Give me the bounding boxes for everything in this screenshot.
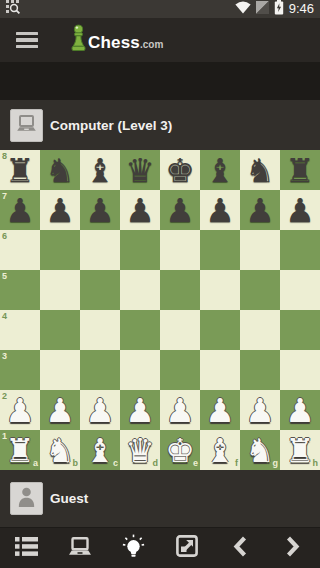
white-queen-d1[interactable]: ♛ [125, 434, 155, 467]
green-pawn-icon [70, 24, 87, 56]
white-knight-g1[interactable]: ♞ [245, 434, 275, 467]
black-king-e8[interactable]: ♚ [165, 154, 195, 187]
move-list-button[interactable] [7, 532, 47, 564]
player-name: Guest [50, 491, 88, 506]
square-c6[interactable] [80, 230, 120, 270]
square-g5[interactable] [240, 270, 280, 310]
black-pawn-b7[interactable]: ♟ [45, 194, 75, 227]
move-list-icon [15, 537, 38, 560]
square-e4[interactable] [160, 310, 200, 350]
square-h8[interactable]: ♜ [280, 150, 320, 190]
player-row[interactable]: Guest [0, 470, 320, 527]
square-a1[interactable]: 1a♜ [0, 430, 40, 470]
square-h5[interactable] [280, 270, 320, 310]
white-pawn-d2[interactable]: ♟ [125, 394, 155, 427]
no-sim-icon [256, 0, 269, 18]
square-d3[interactable] [120, 350, 160, 390]
square-b2[interactable]: ♟ [40, 390, 80, 430]
square-e5[interactable] [160, 270, 200, 310]
square-d4[interactable] [120, 310, 160, 350]
square-e2[interactable]: ♟ [160, 390, 200, 430]
square-a8[interactable]: 8♜ [0, 150, 40, 190]
square-d6[interactable] [120, 230, 160, 270]
file-label-h: h [313, 459, 319, 468]
square-g6[interactable] [240, 230, 280, 270]
forward-button[interactable] [273, 532, 313, 564]
square-f6[interactable] [200, 230, 240, 270]
status-bar: 9:46 [0, 0, 320, 18]
black-knight-g8[interactable]: ♞ [245, 154, 275, 187]
white-pawn-g2[interactable]: ♟ [245, 394, 275, 427]
square-g7[interactable]: ♟ [240, 190, 280, 230]
computer-button[interactable] [60, 532, 100, 564]
square-b5[interactable] [40, 270, 80, 310]
white-pawn-f2[interactable]: ♟ [205, 394, 235, 427]
chevron-right-icon [286, 536, 300, 561]
square-a4[interactable]: 4 [0, 310, 40, 350]
square-d8[interactable]: ♛ [120, 150, 160, 190]
opponent-name: Computer (Level 3) [50, 118, 172, 133]
file-label-g: g [273, 459, 279, 468]
black-pawn-a7[interactable]: ♟ [5, 194, 35, 227]
square-d5[interactable] [120, 270, 160, 310]
white-rook-a1[interactable]: ♜ [5, 434, 35, 467]
black-pawn-h7[interactable]: ♟ [285, 194, 315, 227]
back-button[interactable] [220, 532, 260, 564]
clock-time: 9:46 [289, 0, 314, 18]
square-f4[interactable] [200, 310, 240, 350]
square-d2[interactable]: ♟ [120, 390, 160, 430]
square-a5[interactable]: 5 [0, 270, 40, 310]
black-pawn-c7[interactable]: ♟ [85, 194, 115, 227]
square-b4[interactable] [40, 310, 80, 350]
square-h3[interactable] [280, 350, 320, 390]
black-pawn-d7[interactable]: ♟ [125, 194, 155, 227]
square-e3[interactable] [160, 350, 200, 390]
square-e7[interactable]: ♟ [160, 190, 200, 230]
opponent-row[interactable]: Computer (Level 3) [0, 100, 320, 150]
square-h2[interactable]: ♟ [280, 390, 320, 430]
square-f1[interactable]: f♝ [200, 430, 240, 470]
square-f7[interactable]: ♟ [200, 190, 240, 230]
black-rook-h8[interactable]: ♜ [285, 154, 315, 187]
nav-header: Chess .com [0, 18, 320, 62]
black-knight-b8[interactable]: ♞ [45, 154, 75, 187]
square-g3[interactable] [240, 350, 280, 390]
white-knight-b1[interactable]: ♞ [45, 434, 75, 467]
square-b1[interactable]: b♞ [40, 430, 80, 470]
square-b8[interactable]: ♞ [40, 150, 80, 190]
square-c5[interactable] [80, 270, 120, 310]
opponent-avatar [10, 109, 43, 142]
square-e8[interactable]: ♚ [160, 150, 200, 190]
wifi-icon [235, 0, 251, 18]
white-pawn-e2[interactable]: ♟ [165, 394, 195, 427]
chevron-left-icon [233, 536, 247, 561]
square-b6[interactable] [40, 230, 80, 270]
laptop-icon [68, 537, 92, 560]
logo-tld-text: .com [140, 34, 163, 56]
black-pawn-e7[interactable]: ♟ [165, 194, 195, 227]
bottom-toolbar [0, 527, 320, 568]
white-pawn-b2[interactable]: ♟ [45, 394, 75, 427]
black-pawn-g7[interactable]: ♟ [245, 194, 275, 227]
square-b3[interactable] [40, 350, 80, 390]
file-label-f: f [235, 459, 238, 468]
flip-board-button[interactable] [167, 532, 207, 564]
rank-label-8: 8 [2, 152, 7, 161]
hamburger-menu-icon[interactable] [16, 32, 38, 49]
square-e1[interactable]: e♚ [160, 430, 200, 470]
screen-capture-icon [6, 0, 20, 18]
lightbulb-icon [122, 534, 145, 563]
rank-label-1: 1 [2, 432, 7, 441]
square-c1[interactable]: c♝ [80, 430, 120, 470]
rank-label-6: 6 [2, 232, 7, 241]
square-c4[interactable] [80, 310, 120, 350]
black-rook-a8[interactable]: ♜ [5, 154, 35, 187]
rank-label-3: 3 [2, 352, 7, 361]
square-a2[interactable]: 2♟ [0, 390, 40, 430]
white-bishop-c1[interactable]: ♝ [85, 434, 115, 467]
square-b7[interactable]: ♟ [40, 190, 80, 230]
square-d7[interactable]: ♟ [120, 190, 160, 230]
hint-button[interactable] [113, 532, 153, 564]
square-c7[interactable]: ♟ [80, 190, 120, 230]
square-g4[interactable] [240, 310, 280, 350]
white-pawn-a2[interactable]: ♟ [5, 394, 35, 427]
file-label-c: c [113, 459, 118, 468]
flip-board-icon [176, 535, 198, 561]
battery-charging-icon [274, 0, 284, 19]
square-c3[interactable] [80, 350, 120, 390]
square-e6[interactable] [160, 230, 200, 270]
player-avatar [10, 482, 43, 515]
square-f3[interactable] [200, 350, 240, 390]
white-bishop-f1[interactable]: ♝ [205, 434, 235, 467]
content-gap [0, 62, 320, 100]
square-h7[interactable]: ♟ [280, 190, 320, 230]
square-f8[interactable]: ♝ [200, 150, 240, 190]
file-label-b: b [73, 459, 79, 468]
white-pawn-c2[interactable]: ♟ [85, 394, 115, 427]
chesscom-logo[interactable]: Chess .com [70, 24, 163, 56]
black-pawn-f7[interactable]: ♟ [205, 194, 235, 227]
person-icon [17, 486, 36, 511]
square-h6[interactable] [280, 230, 320, 270]
square-c8[interactable]: ♝ [80, 150, 120, 190]
rank-label-2: 2 [2, 392, 7, 401]
logo-brand-text: Chess [88, 30, 140, 56]
rank-label-7: 7 [2, 192, 7, 201]
white-king-e1[interactable]: ♚ [165, 434, 195, 467]
square-a6[interactable]: 6 [0, 230, 40, 270]
file-label-e: e [193, 459, 198, 468]
black-queen-d8[interactable]: ♛ [125, 154, 155, 187]
white-pawn-h2[interactable]: ♟ [285, 394, 315, 427]
square-a3[interactable]: 3 [0, 350, 40, 390]
square-c2[interactable]: ♟ [80, 390, 120, 430]
square-g1[interactable]: g♞ [240, 430, 280, 470]
rank-label-4: 4 [2, 312, 7, 321]
file-label-a: a [33, 459, 38, 468]
black-bishop-c8[interactable]: ♝ [85, 154, 115, 187]
square-d1[interactable]: d♛ [120, 430, 160, 470]
square-a7[interactable]: 7♟ [0, 190, 40, 230]
square-g8[interactable]: ♞ [240, 150, 280, 190]
chess-board[interactable]: 8♜♞♝♛♚♝♞♜7♟♟♟♟♟♟♟♟65432♟♟♟♟♟♟♟♟1a♜b♞c♝d♛… [0, 150, 320, 470]
black-bishop-f8[interactable]: ♝ [205, 154, 235, 187]
computer-icon [16, 115, 37, 136]
square-f5[interactable] [200, 270, 240, 310]
rank-label-5: 5 [2, 272, 7, 281]
file-label-d: d [153, 459, 159, 468]
square-h4[interactable] [280, 310, 320, 350]
chess-app-screen: 9:46 Chess .com [0, 0, 320, 568]
square-f2[interactable]: ♟ [200, 390, 240, 430]
white-rook-h1[interactable]: ♜ [285, 434, 315, 467]
square-h1[interactable]: h♜ [280, 430, 320, 470]
square-g2[interactable]: ♟ [240, 390, 280, 430]
